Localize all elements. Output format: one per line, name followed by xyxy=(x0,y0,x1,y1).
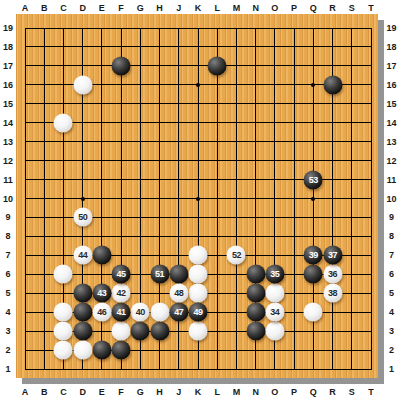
stone-white-Q4 xyxy=(304,303,323,322)
move-number: 42 xyxy=(117,289,126,298)
stone-white-D2 xyxy=(73,341,92,360)
row-label-right-12: 12 xyxy=(386,156,396,166)
move-number: 51 xyxy=(155,270,164,279)
stone-black-K4: 49 xyxy=(189,303,208,322)
row-label-left-14: 14 xyxy=(3,118,13,128)
column-label-bottom-P: P xyxy=(291,387,297,397)
go-diagram: 3435363738394041424344454647484950515253… xyxy=(0,0,400,400)
move-number: 44 xyxy=(78,251,87,260)
grid-line-horizontal xyxy=(26,236,371,237)
row-label-right-18: 18 xyxy=(386,42,396,52)
column-label-top-Q: Q xyxy=(310,3,317,13)
move-number: 46 xyxy=(97,308,106,317)
move-number: 35 xyxy=(270,270,279,279)
stone-white-C3 xyxy=(54,322,73,341)
column-label-bottom-N: N xyxy=(252,387,259,397)
star-point-K16 xyxy=(196,83,200,87)
stone-white-O4: 34 xyxy=(265,303,284,322)
column-label-top-N: N xyxy=(252,3,259,13)
row-label-right-1: 1 xyxy=(389,364,394,374)
row-label-left-12: 12 xyxy=(3,156,13,166)
row-label-right-16: 16 xyxy=(386,80,396,90)
move-number: 48 xyxy=(174,289,183,298)
column-label-top-O: O xyxy=(271,3,278,13)
row-label-left-10: 10 xyxy=(3,194,13,204)
row-label-right-7: 7 xyxy=(389,250,394,260)
stone-white-E4: 46 xyxy=(92,303,111,322)
row-label-right-3: 3 xyxy=(389,326,394,336)
stone-black-E2 xyxy=(92,341,111,360)
row-label-left-13: 13 xyxy=(3,137,13,147)
stone-black-H3 xyxy=(150,322,169,341)
stone-black-J4: 47 xyxy=(169,303,188,322)
stone-black-E7 xyxy=(92,246,111,265)
stone-black-E5: 43 xyxy=(92,284,111,303)
column-label-top-E: E xyxy=(99,3,105,13)
stone-white-C6 xyxy=(54,265,73,284)
column-label-top-J: J xyxy=(176,3,181,13)
star-point-Q16 xyxy=(311,83,315,87)
column-label-top-B: B xyxy=(41,3,48,13)
column-label-bottom-C: C xyxy=(60,387,67,397)
stone-white-K5 xyxy=(189,284,208,303)
stone-white-R5: 38 xyxy=(323,284,342,303)
stone-black-N6 xyxy=(246,265,265,284)
row-label-right-2: 2 xyxy=(389,345,394,355)
row-label-left-7: 7 xyxy=(5,250,10,260)
move-number: 38 xyxy=(328,289,337,298)
column-label-top-P: P xyxy=(291,3,297,13)
move-number: 50 xyxy=(78,213,87,222)
stone-black-D5 xyxy=(73,284,92,303)
column-label-bottom-J: J xyxy=(176,387,181,397)
move-number: 37 xyxy=(328,251,337,260)
move-number: 47 xyxy=(174,308,183,317)
stone-white-F3 xyxy=(112,322,131,341)
row-label-right-5: 5 xyxy=(389,288,394,298)
stone-white-K3 xyxy=(189,322,208,341)
stone-black-D4 xyxy=(73,303,92,322)
stone-black-H6: 51 xyxy=(150,265,169,284)
move-number: 39 xyxy=(309,251,318,260)
row-label-left-5: 5 xyxy=(5,288,10,298)
column-label-top-C: C xyxy=(60,3,67,13)
stone-black-L17 xyxy=(208,56,227,75)
stone-black-R7: 37 xyxy=(323,246,342,265)
stone-white-G4: 40 xyxy=(131,303,150,322)
column-label-bottom-A: A xyxy=(22,387,29,397)
move-number: 41 xyxy=(117,308,126,317)
row-label-left-9: 9 xyxy=(5,212,10,222)
row-label-right-9: 9 xyxy=(389,212,394,222)
column-label-top-D: D xyxy=(79,3,86,13)
stone-black-D3 xyxy=(73,322,92,341)
column-label-bottom-M: M xyxy=(233,387,241,397)
column-label-top-M: M xyxy=(233,3,241,13)
move-number: 43 xyxy=(97,289,106,298)
stone-white-K6 xyxy=(189,265,208,284)
stone-white-M7: 52 xyxy=(227,246,246,265)
row-label-left-16: 16 xyxy=(3,80,13,90)
stone-black-Q6 xyxy=(304,265,323,284)
row-label-left-19: 19 xyxy=(3,23,13,33)
row-label-left-17: 17 xyxy=(3,61,13,71)
grid-line-vertical xyxy=(294,29,295,369)
row-label-left-3: 3 xyxy=(5,326,10,336)
stone-black-Q7: 39 xyxy=(304,246,323,265)
column-label-bottom-S: S xyxy=(349,387,355,397)
column-label-top-K: K xyxy=(195,3,202,13)
row-label-left-15: 15 xyxy=(3,99,13,109)
stone-black-F2 xyxy=(112,341,131,360)
column-label-bottom-K: K xyxy=(195,387,202,397)
stone-black-F6: 45 xyxy=(112,265,131,284)
star-point-D10 xyxy=(81,197,85,201)
move-number: 52 xyxy=(232,251,241,260)
move-number: 49 xyxy=(193,308,202,317)
column-label-bottom-O: O xyxy=(271,387,278,397)
row-label-right-19: 19 xyxy=(386,23,396,33)
grid-line-vertical xyxy=(217,29,218,369)
stone-black-R16 xyxy=(323,75,342,94)
column-label-bottom-T: T xyxy=(368,387,374,397)
star-point-K10 xyxy=(196,197,200,201)
move-number: 40 xyxy=(136,308,145,317)
row-label-left-1: 1 xyxy=(5,364,10,374)
stone-black-G3 xyxy=(131,322,150,341)
row-label-right-4: 4 xyxy=(389,307,394,317)
stone-white-C14 xyxy=(54,113,73,132)
stone-white-C2 xyxy=(54,341,73,360)
stone-black-J6 xyxy=(169,265,188,284)
row-label-left-6: 6 xyxy=(5,269,10,279)
row-label-right-8: 8 xyxy=(389,231,394,241)
stone-black-Q11: 53 xyxy=(304,170,323,189)
column-label-bottom-H: H xyxy=(156,387,163,397)
column-label-top-S: S xyxy=(349,3,355,13)
row-label-right-15: 15 xyxy=(386,99,396,109)
row-label-right-6: 6 xyxy=(389,269,394,279)
grid-line-vertical xyxy=(236,29,237,369)
stone-white-D7: 44 xyxy=(73,246,92,265)
stone-black-N5 xyxy=(246,284,265,303)
column-label-bottom-E: E xyxy=(99,387,105,397)
column-label-top-R: R xyxy=(329,3,336,13)
column-label-bottom-B: B xyxy=(41,387,48,397)
go-board[interactable]: 3435363738394041424344454647484950515253 xyxy=(16,14,378,378)
column-label-top-L: L xyxy=(214,3,220,13)
stone-black-F4: 41 xyxy=(112,303,131,322)
stone-white-O3 xyxy=(265,322,284,341)
column-label-bottom-L: L xyxy=(214,387,220,397)
row-label-right-10: 10 xyxy=(386,194,396,204)
column-label-top-F: F xyxy=(118,3,124,13)
move-number: 53 xyxy=(309,175,318,184)
column-label-top-H: H xyxy=(156,3,163,13)
column-label-bottom-Q: Q xyxy=(310,387,317,397)
column-label-bottom-F: F xyxy=(118,387,124,397)
stone-white-D16 xyxy=(73,75,92,94)
grid-line-vertical xyxy=(351,29,352,369)
row-label-right-14: 14 xyxy=(386,118,396,128)
row-label-left-18: 18 xyxy=(3,42,13,52)
stone-white-D9: 50 xyxy=(73,208,92,227)
stone-black-N4 xyxy=(246,303,265,322)
row-label-right-17: 17 xyxy=(386,61,396,71)
row-label-left-11: 11 xyxy=(3,175,13,185)
stone-white-H4 xyxy=(150,303,169,322)
column-label-top-T: T xyxy=(368,3,374,13)
star-point-Q10 xyxy=(311,197,315,201)
column-label-bottom-R: R xyxy=(329,387,336,397)
column-label-bottom-G: G xyxy=(137,387,144,397)
row-label-left-8: 8 xyxy=(5,231,10,241)
stone-white-R6: 36 xyxy=(323,265,342,284)
stone-white-O5 xyxy=(265,284,284,303)
move-number: 34 xyxy=(270,308,279,317)
stone-white-C4 xyxy=(54,303,73,322)
stone-white-K7 xyxy=(189,246,208,265)
move-number: 45 xyxy=(117,270,126,279)
stone-black-N3 xyxy=(246,322,265,341)
column-label-bottom-D: D xyxy=(79,387,86,397)
move-number: 36 xyxy=(328,270,337,279)
row-label-right-13: 13 xyxy=(386,137,396,147)
stone-black-O6: 35 xyxy=(265,265,284,284)
stone-black-F17 xyxy=(112,56,131,75)
column-label-top-G: G xyxy=(137,3,144,13)
row-label-right-11: 11 xyxy=(387,175,397,185)
stone-white-J5: 48 xyxy=(169,284,188,303)
row-label-left-4: 4 xyxy=(5,307,10,317)
column-label-top-A: A xyxy=(22,3,29,13)
row-label-left-2: 2 xyxy=(5,345,10,355)
stone-white-F5: 42 xyxy=(112,284,131,303)
